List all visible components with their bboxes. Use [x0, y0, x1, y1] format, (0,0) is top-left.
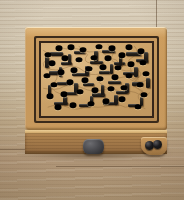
maze-hole [143, 71, 150, 77]
maze-wall [99, 71, 110, 74]
box-front-face [25, 130, 167, 154]
maze-hole [46, 94, 53, 100]
maze-hole [137, 48, 144, 54]
maze-hole [114, 65, 121, 71]
maze-hole [103, 99, 110, 105]
maze-hole [92, 88, 99, 94]
maze-hole [121, 85, 128, 91]
photo-scene [0, 0, 184, 200]
maze-hole [100, 64, 107, 70]
maze-hole [61, 91, 68, 97]
maze-hole [49, 61, 56, 67]
maze-hole [55, 45, 62, 51]
maze-hole [67, 45, 74, 51]
labyrinth-game-box [25, 27, 167, 154]
maze-hole [125, 73, 132, 79]
maze-wall [63, 96, 66, 105]
maze-wall [134, 67, 137, 77]
front-tilt-knob[interactable] [83, 139, 104, 154]
maze-wall [83, 83, 94, 86]
maze-wall [101, 85, 104, 95]
maze-hole [141, 92, 148, 98]
gimbal-ring [36, 38, 157, 121]
maze-wall [114, 95, 117, 105]
maze-hole [109, 45, 116, 51]
maze-hole [71, 67, 78, 73]
maze-wall [108, 81, 121, 84]
maze-hole [82, 77, 89, 83]
box-top-surface [25, 27, 167, 130]
maze-hole [140, 60, 147, 66]
maze-wall [146, 78, 149, 88]
maze-hole [87, 101, 94, 107]
maze-hole [76, 89, 83, 95]
maze-hole [136, 82, 143, 88]
front-rim-highlight [25, 130, 167, 134]
playfield [41, 43, 152, 116]
floor-plank-seam [56, 166, 184, 167]
maze-hole [70, 102, 77, 108]
maze-hole [54, 104, 61, 110]
maze-hole [43, 73, 50, 79]
maze-hole [127, 61, 134, 67]
maze-hole [119, 96, 126, 102]
maze-hole [51, 82, 58, 88]
maze-wall [110, 64, 113, 74]
maze-hole [44, 52, 51, 58]
frame-gap-outer [34, 36, 159, 123]
maze-hole [112, 75, 119, 81]
maze-hole [125, 45, 132, 51]
maze-hole [80, 47, 87, 53]
side-tilt-knob[interactable] [141, 137, 167, 155]
maze-hole [104, 56, 111, 62]
maze-hole [66, 80, 73, 86]
frame-gap-inner [39, 41, 154, 118]
maze-wall [50, 52, 63, 55]
maze-hole [119, 53, 126, 59]
maze-hole [96, 76, 103, 82]
maze-hole [57, 69, 64, 75]
maze-hole [85, 66, 92, 72]
maze-hole [62, 56, 69, 62]
maze-hole [107, 86, 114, 92]
maze-hole [134, 104, 141, 110]
steel-ball [153, 140, 162, 149]
maze-hole [91, 55, 98, 61]
maze-hole [95, 44, 102, 50]
maze-hole [75, 57, 82, 63]
